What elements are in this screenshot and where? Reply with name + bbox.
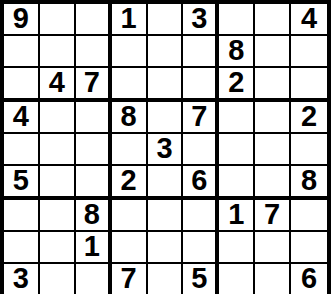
cell-r1c3[interactable] <box>76 4 112 36</box>
cell-r4c1[interactable]: 4 <box>4 102 40 134</box>
cell-r3c5[interactable] <box>148 68 184 102</box>
cell-r8c5[interactable] <box>148 232 184 264</box>
cell-r3c1[interactable] <box>4 68 40 102</box>
cell-r5c9[interactable] <box>291 134 327 166</box>
cell-r7c6[interactable] <box>183 200 219 232</box>
cell-r9c1[interactable]: 3 <box>4 264 40 294</box>
cell-r6c7[interactable] <box>219 166 255 200</box>
cell-r6c3[interactable] <box>76 166 112 200</box>
cell-r1c7[interactable] <box>219 4 255 36</box>
cell-r1c4[interactable]: 1 <box>112 4 148 36</box>
cell-r6c9[interactable]: 8 <box>291 166 327 200</box>
cell-r3c3[interactable]: 7 <box>76 68 112 102</box>
cell-r1c1[interactable]: 9 <box>4 4 40 36</box>
cell-r5c6[interactable] <box>183 134 219 166</box>
cell-r2c6[interactable] <box>183 36 219 68</box>
cell-r1c6[interactable]: 3 <box>183 4 219 36</box>
cell-r4c7[interactable] <box>219 102 255 134</box>
cell-r1c5[interactable] <box>148 4 184 36</box>
cell-r6c4[interactable]: 2 <box>112 166 148 200</box>
cell-r3c6[interactable] <box>183 68 219 102</box>
cell-r7c3[interactable]: 8 <box>76 200 112 232</box>
cell-r4c6[interactable]: 7 <box>183 102 219 134</box>
cell-r9c6[interactable]: 5 <box>183 264 219 294</box>
cell-r5c4[interactable] <box>112 134 148 166</box>
cell-r5c1[interactable] <box>4 134 40 166</box>
cell-r1c2[interactable] <box>40 4 76 36</box>
cell-r4c9[interactable]: 2 <box>291 102 327 134</box>
cell-r8c2[interactable] <box>40 232 76 264</box>
cell-r6c5[interactable] <box>148 166 184 200</box>
cell-r7c7[interactable]: 1 <box>219 200 255 232</box>
cell-r4c2[interactable] <box>40 102 76 134</box>
cell-r9c4[interactable]: 7 <box>112 264 148 294</box>
cell-r4c4[interactable]: 8 <box>112 102 148 134</box>
cell-r3c9[interactable] <box>291 68 327 102</box>
cell-r7c5[interactable] <box>148 200 184 232</box>
cell-r2c5[interactable] <box>148 36 184 68</box>
cell-r2c7[interactable]: 8 <box>219 36 255 68</box>
cell-r4c8[interactable] <box>255 102 291 134</box>
cell-r3c8[interactable] <box>255 68 291 102</box>
cell-r6c8[interactable] <box>255 166 291 200</box>
cell-r8c9[interactable] <box>291 232 327 264</box>
cell-r3c4[interactable] <box>112 68 148 102</box>
cell-r3c7[interactable]: 2 <box>219 68 255 102</box>
cell-r9c7[interactable] <box>219 264 255 294</box>
cell-r2c3[interactable] <box>76 36 112 68</box>
cell-r7c8[interactable]: 7 <box>255 200 291 232</box>
cell-r6c2[interactable] <box>40 166 76 200</box>
cell-r9c3[interactable] <box>76 264 112 294</box>
cell-r8c6[interactable] <box>183 232 219 264</box>
cell-r8c8[interactable] <box>255 232 291 264</box>
cell-r1c8[interactable] <box>255 4 291 36</box>
sudoku-page: 9134847248723526881713756 <box>0 0 331 294</box>
cell-r2c4[interactable] <box>112 36 148 68</box>
cell-r9c9[interactable]: 6 <box>291 264 327 294</box>
cell-r5c7[interactable] <box>219 134 255 166</box>
cell-r7c2[interactable] <box>40 200 76 232</box>
cell-r9c8[interactable] <box>255 264 291 294</box>
cell-r7c1[interactable] <box>4 200 40 232</box>
sudoku-board: 9134847248723526881713756 <box>0 0 331 294</box>
cell-r6c1[interactable]: 5 <box>4 166 40 200</box>
cell-r5c3[interactable] <box>76 134 112 166</box>
cell-r9c5[interactable] <box>148 264 184 294</box>
cell-r8c3[interactable]: 1 <box>76 232 112 264</box>
cell-r2c8[interactable] <box>255 36 291 68</box>
cell-r9c2[interactable] <box>40 264 76 294</box>
cell-r5c2[interactable] <box>40 134 76 166</box>
cell-r2c2[interactable] <box>40 36 76 68</box>
cell-r4c5[interactable] <box>148 102 184 134</box>
cell-r2c1[interactable] <box>4 36 40 68</box>
cell-r2c9[interactable] <box>291 36 327 68</box>
cell-r5c8[interactable] <box>255 134 291 166</box>
cell-r7c9[interactable] <box>291 200 327 232</box>
cell-r1c9[interactable]: 4 <box>291 4 327 36</box>
cell-r8c7[interactable] <box>219 232 255 264</box>
cell-r6c6[interactable]: 6 <box>183 166 219 200</box>
cell-r8c1[interactable] <box>4 232 40 264</box>
cell-r8c4[interactable] <box>112 232 148 264</box>
cell-r7c4[interactable] <box>112 200 148 232</box>
cell-r4c3[interactable] <box>76 102 112 134</box>
cell-r5c5[interactable]: 3 <box>148 134 184 166</box>
cell-r3c2[interactable]: 4 <box>40 68 76 102</box>
